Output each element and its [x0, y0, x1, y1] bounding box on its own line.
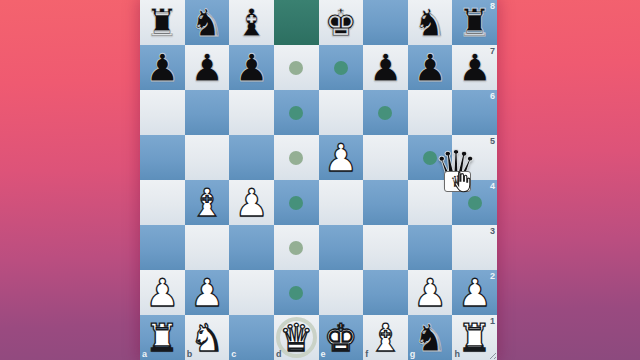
square-b2[interactable]: ♟	[185, 270, 230, 315]
square-g7[interactable]: ♟	[408, 45, 453, 90]
file-label-g: g	[410, 349, 416, 359]
square-h8[interactable]: ♜8	[452, 0, 497, 45]
square-b8[interactable]: ♞	[185, 0, 230, 45]
white-bishop-b4[interactable]: ♝	[185, 180, 230, 225]
file-label-c: c	[231, 349, 236, 359]
square-d5[interactable]	[274, 135, 319, 180]
square-f4[interactable]	[363, 180, 408, 225]
square-d3[interactable]	[274, 225, 319, 270]
black-king-e8[interactable]: ♚	[319, 0, 364, 45]
move-hint-dot-h4[interactable]	[468, 196, 482, 210]
square-e4[interactable]	[319, 180, 364, 225]
square-g6[interactable]	[408, 90, 453, 135]
move-hint-dot-d3[interactable]	[289, 241, 303, 255]
capture-hint-ring-d1	[276, 317, 317, 358]
rank-label-2: 2	[490, 271, 495, 281]
rank-label-4: 4	[490, 181, 495, 191]
white-pawn-c4[interactable]: ♟	[229, 180, 274, 225]
move-hint-dot-g5[interactable]	[423, 151, 437, 165]
square-e5[interactable]: ♟	[319, 135, 364, 180]
file-label-a: a	[142, 349, 147, 359]
white-pawn-g2[interactable]: ♟	[408, 270, 453, 315]
square-b5[interactable]	[185, 135, 230, 180]
square-a1[interactable]: ♜a	[140, 315, 185, 360]
rank-label-7: 7	[490, 46, 495, 56]
square-f1[interactable]: ♝f	[363, 315, 408, 360]
move-hint-dot-e7[interactable]	[334, 61, 348, 75]
square-f6[interactable]	[363, 90, 408, 135]
rank-label-8: 8	[490, 1, 495, 11]
square-b1[interactable]: ♞b	[185, 315, 230, 360]
black-pawn-a7[interactable]: ♟	[140, 45, 185, 90]
hand-cursor-icon	[451, 170, 471, 194]
file-label-b: b	[187, 349, 193, 359]
white-pawn-b2[interactable]: ♟	[185, 270, 230, 315]
move-hint-dot-f6[interactable]	[378, 106, 392, 120]
white-pawn-e5[interactable]: ♟	[319, 135, 364, 180]
square-b7[interactable]: ♟	[185, 45, 230, 90]
square-h7[interactable]: ♟7	[452, 45, 497, 90]
square-g2[interactable]: ♟	[408, 270, 453, 315]
square-f5[interactable]	[363, 135, 408, 180]
square-c2[interactable]	[229, 270, 274, 315]
square-g1[interactable]: ♞g	[408, 315, 453, 360]
white-pawn-a2[interactable]: ♟	[140, 270, 185, 315]
white-bishop-f1[interactable]: ♝	[363, 315, 408, 360]
rank-label-5: 5	[490, 136, 495, 146]
square-f8[interactable]	[363, 0, 408, 45]
square-e2[interactable]	[319, 270, 364, 315]
black-knight-b8[interactable]: ♞	[185, 0, 230, 45]
file-label-h: h	[454, 349, 460, 359]
square-a2[interactable]: ♟	[140, 270, 185, 315]
black-bishop-c8[interactable]: ♝	[229, 0, 274, 45]
black-pawn-g7[interactable]: ♟	[408, 45, 453, 90]
square-c4[interactable]: ♟	[229, 180, 274, 225]
square-e3[interactable]	[319, 225, 364, 270]
square-h2[interactable]: ♟2	[452, 270, 497, 315]
square-d2[interactable]	[274, 270, 319, 315]
black-pawn-b7[interactable]: ♟	[185, 45, 230, 90]
square-a8[interactable]: ♜	[140, 0, 185, 45]
file-label-e: e	[321, 349, 326, 359]
black-rook-a8[interactable]: ♜	[140, 0, 185, 45]
square-d4[interactable]	[274, 180, 319, 225]
square-c3[interactable]	[229, 225, 274, 270]
square-b6[interactable]	[185, 90, 230, 135]
square-b4[interactable]: ♝	[185, 180, 230, 225]
move-hint-dot-d2[interactable]	[289, 286, 303, 300]
square-a5[interactable]	[140, 135, 185, 180]
square-h1[interactable]: ♜1h	[452, 315, 497, 360]
rank-label-1: 1	[490, 316, 495, 326]
square-a4[interactable]	[140, 180, 185, 225]
square-g8[interactable]: ♞	[408, 0, 453, 45]
black-knight-g8[interactable]: ♞	[408, 0, 453, 45]
black-pawn-c7[interactable]: ♟	[229, 45, 274, 90]
square-c8[interactable]: ♝	[229, 0, 274, 45]
rank-label-6: 6	[490, 91, 495, 101]
square-g3[interactable]	[408, 225, 453, 270]
file-label-f: f	[365, 349, 368, 359]
square-h6[interactable]: 6	[452, 90, 497, 135]
square-b3[interactable]	[185, 225, 230, 270]
black-pawn-f7[interactable]: ♟	[363, 45, 408, 90]
move-hint-dot-d5[interactable]	[289, 151, 303, 165]
square-a6[interactable]	[140, 90, 185, 135]
move-hint-dot-d6[interactable]	[289, 106, 303, 120]
move-hint-dot-d7[interactable]	[289, 61, 303, 75]
file-label-d: d	[276, 349, 282, 359]
square-d7[interactable]	[274, 45, 319, 90]
square-e1[interactable]: ♚e	[319, 315, 364, 360]
square-d8[interactable]	[274, 0, 319, 45]
square-c5[interactable]	[229, 135, 274, 180]
square-c1[interactable]: c	[229, 315, 274, 360]
square-e6[interactable]	[319, 90, 364, 135]
square-c7[interactable]: ♟	[229, 45, 274, 90]
square-a7[interactable]: ♟	[140, 45, 185, 90]
square-a3[interactable]	[140, 225, 185, 270]
square-f3[interactable]	[363, 225, 408, 270]
move-hint-dot-d4[interactable]	[289, 196, 303, 210]
board-resize-handle[interactable]	[487, 350, 496, 359]
square-c6[interactable]	[229, 90, 274, 135]
square-d6[interactable]	[274, 90, 319, 135]
square-e7[interactable]	[319, 45, 364, 90]
square-h3[interactable]: 3	[452, 225, 497, 270]
square-e8[interactable]: ♚	[319, 0, 364, 45]
square-f2[interactable]	[363, 270, 408, 315]
square-d1[interactable]: ♛d	[274, 315, 319, 360]
square-f7[interactable]: ♟	[363, 45, 408, 90]
rank-label-3: 3	[490, 226, 495, 236]
app-background: { "game": "chess", "position": { "fen": …	[0, 0, 640, 360]
